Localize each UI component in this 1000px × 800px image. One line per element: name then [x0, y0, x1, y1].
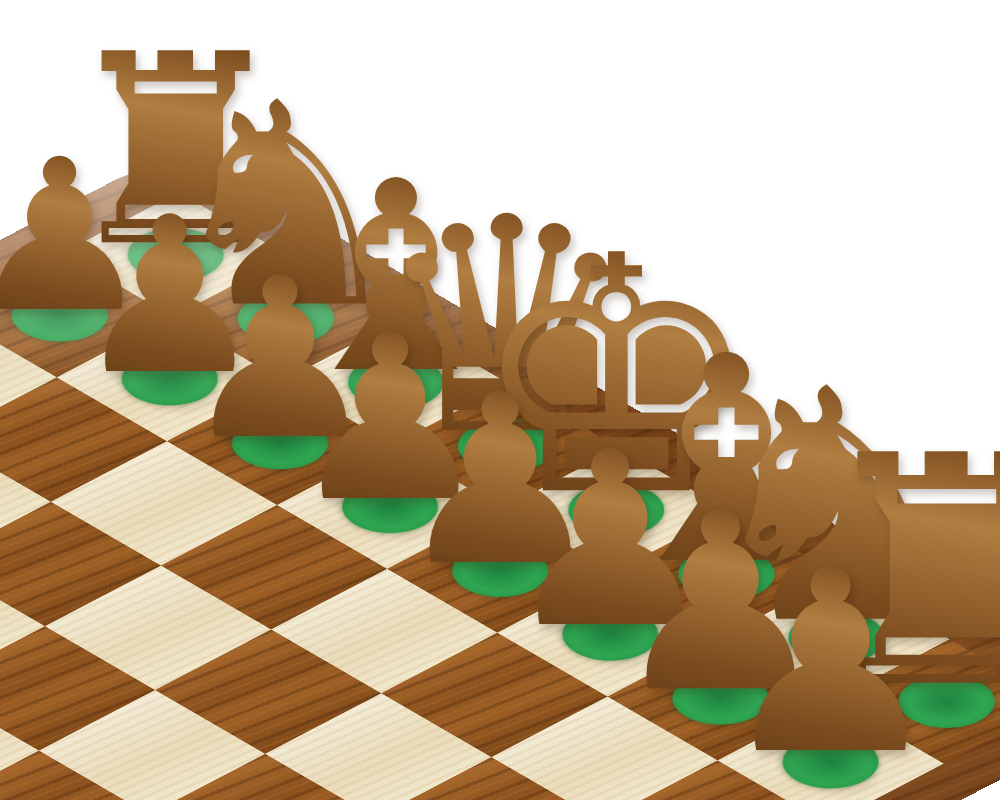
chess-board — [0, 146, 1000, 800]
chess-set-photo: ♜♞♝♛♚♝♞♜♟♟♟♟♟♟♟♟ — [0, 0, 1000, 800]
board-squares — [0, 192, 1000, 800]
